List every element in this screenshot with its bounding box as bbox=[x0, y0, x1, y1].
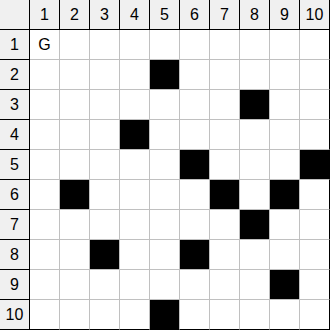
cell-r6-c8[interactable] bbox=[240, 180, 270, 210]
cell-r6-c4[interactable] bbox=[120, 180, 150, 210]
cell-r9-c1[interactable] bbox=[30, 270, 60, 300]
cell-r2-c8[interactable] bbox=[240, 60, 270, 90]
cell-r4-c1[interactable] bbox=[30, 120, 60, 150]
cell-r2-c6[interactable] bbox=[180, 60, 210, 90]
row-header-3: 3 bbox=[0, 90, 30, 120]
cell-r10-c7[interactable] bbox=[210, 300, 240, 330]
col-header-2: 2 bbox=[60, 0, 90, 30]
cell-r10-c4[interactable] bbox=[120, 300, 150, 330]
cell-r6-c6[interactable] bbox=[180, 180, 210, 210]
cell-r6-c2-blocked[interactable] bbox=[60, 180, 90, 210]
cell-r9-c5[interactable] bbox=[150, 270, 180, 300]
cell-r1-c6[interactable] bbox=[180, 30, 210, 60]
cell-r4-c8[interactable] bbox=[240, 120, 270, 150]
cell-r5-c8[interactable] bbox=[240, 150, 270, 180]
cell-r3-c9[interactable] bbox=[270, 90, 300, 120]
row-header-10: 10 bbox=[0, 300, 30, 330]
cell-r5-c5[interactable] bbox=[150, 150, 180, 180]
cell-r4-c7[interactable] bbox=[210, 120, 240, 150]
col-header-10: 10 bbox=[300, 0, 330, 30]
cell-r10-c2[interactable] bbox=[60, 300, 90, 330]
cell-r4-c4-blocked[interactable] bbox=[120, 120, 150, 150]
cell-r10-c1[interactable] bbox=[30, 300, 60, 330]
row-header-2: 2 bbox=[0, 60, 30, 90]
cell-r8-c8[interactable] bbox=[240, 240, 270, 270]
cell-r5-c3[interactable] bbox=[90, 150, 120, 180]
cell-r2-c3[interactable] bbox=[90, 60, 120, 90]
cell-r1-c10[interactable] bbox=[300, 30, 330, 60]
cell-r8-c2[interactable] bbox=[60, 240, 90, 270]
cell-r7-c3[interactable] bbox=[90, 210, 120, 240]
cell-r10-c6[interactable] bbox=[180, 300, 210, 330]
cell-r9-c8[interactable] bbox=[240, 270, 270, 300]
cell-r7-c10[interactable] bbox=[300, 210, 330, 240]
cell-r5-c4[interactable] bbox=[120, 150, 150, 180]
row-header-1: 1 bbox=[0, 30, 30, 60]
cell-r3-c7[interactable] bbox=[210, 90, 240, 120]
cell-r2-c7[interactable] bbox=[210, 60, 240, 90]
cell-r10-c8[interactable] bbox=[240, 300, 270, 330]
cell-r1-c8[interactable] bbox=[240, 30, 270, 60]
cell-r4-c6[interactable] bbox=[180, 120, 210, 150]
cell-r7-c9[interactable] bbox=[270, 210, 300, 240]
row-header-5: 5 bbox=[0, 150, 30, 180]
col-header-9: 9 bbox=[270, 0, 300, 30]
row-header-6: 6 bbox=[0, 180, 30, 210]
col-header-5: 5 bbox=[150, 0, 180, 30]
cell-r4-c10[interactable] bbox=[300, 120, 330, 150]
cell-r3-c8-blocked[interactable] bbox=[240, 90, 270, 120]
cell-r5-c6-blocked[interactable] bbox=[180, 150, 210, 180]
cell-r1-c4[interactable] bbox=[120, 30, 150, 60]
corner-cell bbox=[0, 0, 30, 30]
cell-r3-c1[interactable] bbox=[30, 90, 60, 120]
cell-r4-c9[interactable] bbox=[270, 120, 300, 150]
cell-r6-c10[interactable] bbox=[300, 180, 330, 210]
cell-r3-c3[interactable] bbox=[90, 90, 120, 120]
cell-r2-c1[interactable] bbox=[30, 60, 60, 90]
cell-r5-c7[interactable] bbox=[210, 150, 240, 180]
puzzle-board: 123456789101G2345678910 bbox=[0, 0, 330, 330]
cell-r9-c9-blocked[interactable] bbox=[270, 270, 300, 300]
cell-r4-c2[interactable] bbox=[60, 120, 90, 150]
cell-r3-c6[interactable] bbox=[180, 90, 210, 120]
cell-r10-c3[interactable] bbox=[90, 300, 120, 330]
cell-r9-c7[interactable] bbox=[210, 270, 240, 300]
cell-r5-c10-blocked[interactable] bbox=[300, 150, 330, 180]
cell-r1-c1-marker-G[interactable]: G bbox=[30, 30, 60, 60]
cell-r8-c3-blocked[interactable] bbox=[90, 240, 120, 270]
cell-r6-c1[interactable] bbox=[30, 180, 60, 210]
cell-r8-c5[interactable] bbox=[150, 240, 180, 270]
cell-r7-c4[interactable] bbox=[120, 210, 150, 240]
cell-r9-c2[interactable] bbox=[60, 270, 90, 300]
row-header-7: 7 bbox=[0, 210, 30, 240]
cell-r9-c10[interactable] bbox=[300, 270, 330, 300]
col-header-4: 4 bbox=[120, 0, 150, 30]
cell-r8-c9[interactable] bbox=[270, 240, 300, 270]
cell-r3-c10[interactable] bbox=[300, 90, 330, 120]
row-header-4: 4 bbox=[0, 120, 30, 150]
cell-r8-c6-blocked[interactable] bbox=[180, 240, 210, 270]
cell-r1-c5[interactable] bbox=[150, 30, 180, 60]
cell-r9-c4[interactable] bbox=[120, 270, 150, 300]
cell-r4-c5[interactable] bbox=[150, 120, 180, 150]
cell-r1-c9[interactable] bbox=[270, 30, 300, 60]
cell-r3-c5[interactable] bbox=[150, 90, 180, 120]
cell-r2-c2[interactable] bbox=[60, 60, 90, 90]
cell-r10-c9[interactable] bbox=[270, 300, 300, 330]
cell-r8-c10[interactable] bbox=[300, 240, 330, 270]
cell-r1-c7[interactable] bbox=[210, 30, 240, 60]
cell-r5-c2[interactable] bbox=[60, 150, 90, 180]
cell-r7-c5[interactable] bbox=[150, 210, 180, 240]
cell-r6-c7-blocked[interactable] bbox=[210, 180, 240, 210]
cell-r5-c9[interactable] bbox=[270, 150, 300, 180]
cell-r6-c3[interactable] bbox=[90, 180, 120, 210]
col-header-3: 3 bbox=[90, 0, 120, 30]
cell-r1-c2[interactable] bbox=[60, 30, 90, 60]
cell-r10-c10[interactable] bbox=[300, 300, 330, 330]
cell-r7-c6[interactable] bbox=[180, 210, 210, 240]
cell-r3-c2[interactable] bbox=[60, 90, 90, 120]
cell-r9-c6[interactable] bbox=[180, 270, 210, 300]
cell-r1-c3[interactable] bbox=[90, 30, 120, 60]
cell-r7-c2[interactable] bbox=[60, 210, 90, 240]
cell-r4-c3[interactable] bbox=[90, 120, 120, 150]
cell-r8-c7[interactable] bbox=[210, 240, 240, 270]
cell-r2-c9[interactable] bbox=[270, 60, 300, 90]
cell-r8-c4[interactable] bbox=[120, 240, 150, 270]
cell-r3-c4[interactable] bbox=[120, 90, 150, 120]
cell-r6-c5[interactable] bbox=[150, 180, 180, 210]
col-header-1: 1 bbox=[30, 0, 60, 30]
row-header-9: 9 bbox=[0, 270, 30, 300]
cell-r2-c10[interactable] bbox=[300, 60, 330, 90]
cell-r9-c3[interactable] bbox=[90, 270, 120, 300]
cell-r6-c9-blocked[interactable] bbox=[270, 180, 300, 210]
cell-r7-c8-blocked[interactable] bbox=[240, 210, 270, 240]
cell-r5-c1[interactable] bbox=[30, 150, 60, 180]
cell-r8-c1[interactable] bbox=[30, 240, 60, 270]
row-header-8: 8 bbox=[0, 240, 30, 270]
cell-r7-c1[interactable] bbox=[30, 210, 60, 240]
cell-r2-c5-blocked[interactable] bbox=[150, 60, 180, 90]
cell-r10-c5-blocked[interactable] bbox=[150, 300, 180, 330]
col-header-7: 7 bbox=[210, 0, 240, 30]
cell-r2-c4[interactable] bbox=[120, 60, 150, 90]
col-header-6: 6 bbox=[180, 0, 210, 30]
col-header-8: 8 bbox=[240, 0, 270, 30]
cell-r7-c7[interactable] bbox=[210, 210, 240, 240]
